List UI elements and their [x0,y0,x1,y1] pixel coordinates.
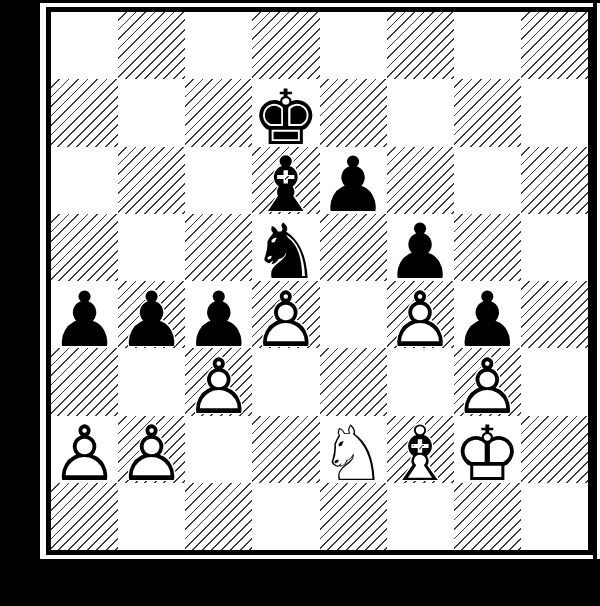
square-b2[interactable]: ♟♙ [118,416,185,483]
black-pawn-mask: ♟ [185,281,253,357]
black-pawn-mask: ♟ [386,214,454,290]
square-b4[interactable]: ♟♟ [118,281,185,348]
square-a6[interactable] [51,147,118,214]
white-pawn-icon: ♙ [252,281,320,357]
white-pawn-icon: ♙ [118,416,186,492]
square-d4[interactable]: ♟♙ [252,281,319,348]
outer-border-top [40,0,600,3]
white-bishop-mask: ♝ [386,416,454,492]
white-pawn-icon: ♙ [50,416,118,492]
square-a7[interactable] [51,79,118,146]
black-pawn-icon: ♟ [50,281,118,357]
square-f7[interactable] [387,79,454,146]
square-g1[interactable] [454,483,521,550]
square-f6[interactable] [387,147,454,214]
square-f4[interactable]: ♟♙ [387,281,454,348]
square-a5[interactable] [51,214,118,281]
square-b1[interactable] [118,483,185,550]
white-pawn-icon: ♙ [185,348,253,424]
chess-diagram-screenshot: ♚♚♝♝♟♟♞♞♟♟♟♟♟♟♟♟♟♙♟♙♟♟♟♙♟♙♟♙♟♙♞♘♝♗♚♔ [0,0,600,606]
black-pawn-mask: ♟ [319,147,387,223]
square-h2[interactable] [521,416,588,483]
square-e5[interactable] [320,214,387,281]
white-king-mask: ♚ [453,416,521,492]
square-h3[interactable] [521,348,588,415]
square-h8[interactable] [521,12,588,79]
white-pawn-mask: ♟ [50,416,118,492]
square-c8[interactable] [185,12,252,79]
square-e7[interactable] [320,79,387,146]
square-d5[interactable]: ♞♞ [252,214,319,281]
square-c7[interactable] [185,79,252,146]
black-king-icon: ♚ [252,79,320,155]
black-king-mask: ♚ [252,79,320,155]
square-a3[interactable] [51,348,118,415]
square-a1[interactable] [51,483,118,550]
white-king-icon: ♔ [453,416,521,492]
square-e2[interactable]: ♞♘ [320,416,387,483]
square-g4[interactable]: ♟♟ [454,281,521,348]
white-pawn-mask: ♟ [118,416,186,492]
white-knight-mask: ♞ [319,416,387,492]
black-bishop-icon: ♝ [252,147,320,223]
square-f2[interactable]: ♝♗ [387,416,454,483]
square-h7[interactable] [521,79,588,146]
square-d6[interactable]: ♝♝ [252,147,319,214]
square-b6[interactable] [118,147,185,214]
white-pawn-mask: ♟ [252,281,320,357]
square-g5[interactable] [454,214,521,281]
black-pawn-mask: ♟ [50,281,118,357]
square-c1[interactable] [185,483,252,550]
black-pawn-mask: ♟ [453,281,521,357]
black-pawn-icon: ♟ [118,281,186,357]
square-d3[interactable] [252,348,319,415]
square-a2[interactable]: ♟♙ [51,416,118,483]
square-d1[interactable] [252,483,319,550]
white-pawn-icon: ♙ [453,348,521,424]
white-pawn-mask: ♟ [386,281,454,357]
square-f8[interactable] [387,12,454,79]
square-a4[interactable]: ♟♟ [51,281,118,348]
white-pawn-icon: ♙ [386,281,454,357]
square-h1[interactable] [521,483,588,550]
square-b8[interactable] [118,12,185,79]
square-h5[interactable] [521,214,588,281]
square-e3[interactable] [320,348,387,415]
square-g7[interactable] [454,79,521,146]
square-c3[interactable]: ♟♙ [185,348,252,415]
square-h4[interactable] [521,281,588,348]
black-pawn-icon: ♟ [319,147,387,223]
white-bishop-icon: ♗ [386,416,454,492]
chess-board: ♚♚♝♝♟♟♞♞♟♟♟♟♟♟♟♟♟♙♟♙♟♟♟♙♟♙♟♙♟♙♞♘♝♗♚♔ [51,12,588,550]
square-c6[interactable] [185,147,252,214]
square-g3[interactable]: ♟♙ [454,348,521,415]
square-d8[interactable] [252,12,319,79]
black-pawn-icon: ♟ [185,281,253,357]
square-f1[interactable] [387,483,454,550]
square-b7[interactable] [118,79,185,146]
board-frame: ♚♚♝♝♟♟♞♞♟♟♟♟♟♟♟♟♟♙♟♙♟♟♟♙♟♙♟♙♟♙♞♘♝♗♚♔ [46,7,593,555]
white-knight-icon: ♘ [319,416,387,492]
square-e6[interactable]: ♟♟ [320,147,387,214]
white-pawn-mask: ♟ [185,348,253,424]
square-d2[interactable] [252,416,319,483]
square-f5[interactable]: ♟♟ [387,214,454,281]
outer-border-right [593,0,597,559]
square-b5[interactable] [118,214,185,281]
square-c5[interactable] [185,214,252,281]
black-pawn-icon: ♟ [386,214,454,290]
square-a8[interactable] [51,12,118,79]
square-f3[interactable] [387,348,454,415]
square-g8[interactable] [454,12,521,79]
square-e4[interactable] [320,281,387,348]
square-c4[interactable]: ♟♟ [185,281,252,348]
white-pawn-mask: ♟ [453,348,521,424]
square-b3[interactable] [118,348,185,415]
black-knight-icon: ♞ [252,214,320,290]
square-e1[interactable] [320,483,387,550]
black-pawn-icon: ♟ [453,281,521,357]
square-g2[interactable]: ♚♔ [454,416,521,483]
square-e8[interactable] [320,12,387,79]
square-d7[interactable]: ♚♚ [252,79,319,146]
square-g6[interactable] [454,147,521,214]
black-knight-mask: ♞ [252,214,320,290]
square-h6[interactable] [521,147,588,214]
square-c2[interactable] [185,416,252,483]
black-bishop-mask: ♝ [252,147,320,223]
black-pawn-mask: ♟ [118,281,186,357]
